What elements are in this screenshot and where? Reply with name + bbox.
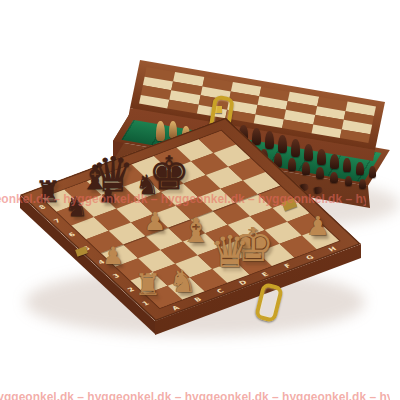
white-pawn-h1: ♟ <box>306 213 329 239</box>
white-knight-b1: ♞ <box>169 266 197 297</box>
white-queen-d1: ♛ <box>210 230 249 274</box>
white-rook-a2: ♜ <box>135 270 162 300</box>
chess-set-photo: 12345678 ABCDEFGH ♝♚♛♞♜♟♞♟♟♝♚♟♛♞♜ hyggeo… <box>0 0 400 400</box>
watermark-text: hyggeonkel.dk – hyggeonkel.dk – hyggeonk… <box>0 192 366 206</box>
white-bishop-d3: ♝ <box>181 213 211 247</box>
white-pawn-c5: ♟ <box>144 209 166 234</box>
white-pawn-a4: ♟ <box>102 244 124 268</box>
watermark-text: hyggeonkel.dk – hyggeonkel.dk – hyggeonk… <box>0 390 390 400</box>
